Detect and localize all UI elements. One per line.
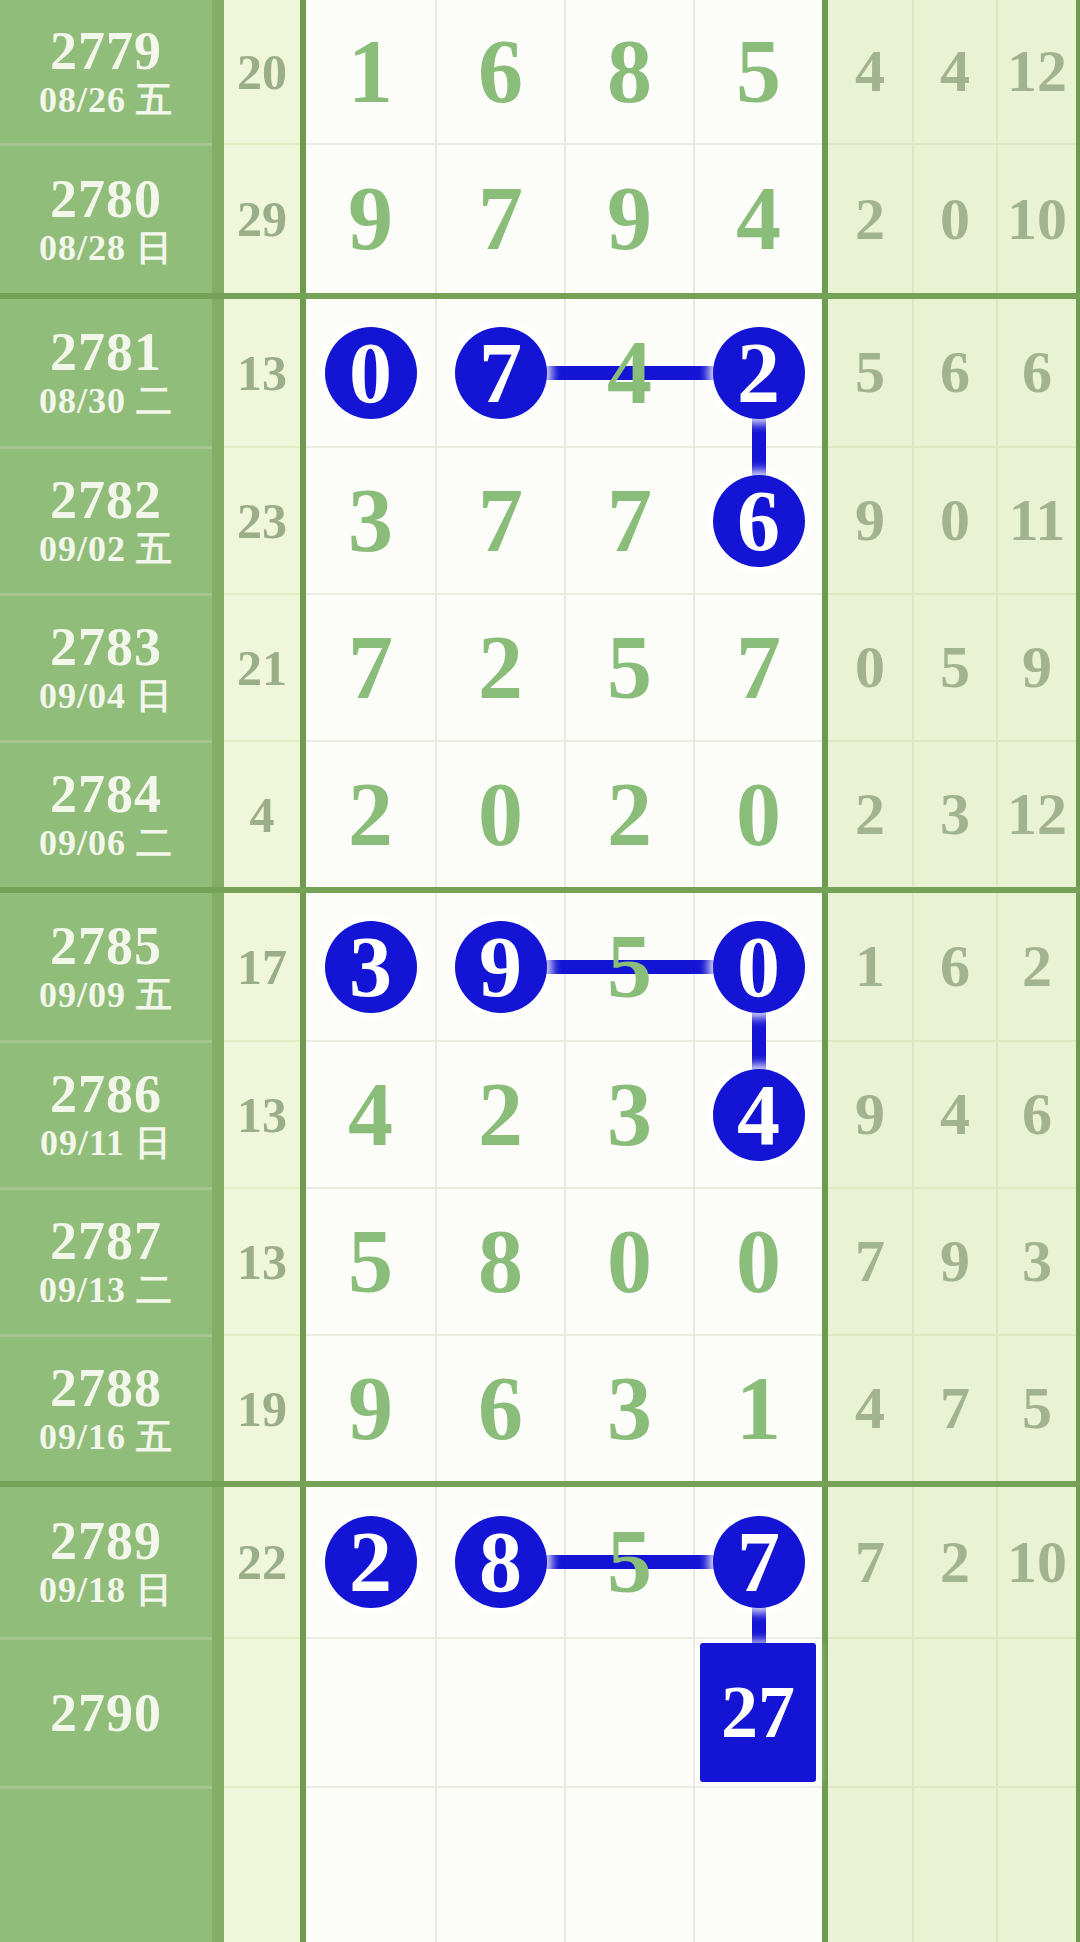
digit-cell	[564, 1637, 693, 1786]
sum-value: 23	[237, 492, 287, 550]
draw-date: 09/09 五	[39, 975, 173, 1016]
drawn-digit: 7	[478, 476, 523, 566]
drawn-digit: 2	[348, 770, 393, 860]
stat-value: 7	[855, 1227, 885, 1296]
stat-cell: 5	[912, 593, 996, 740]
column-divider	[212, 1040, 224, 1187]
issue-cell: 278709/13 二	[0, 1187, 212, 1334]
digit-cell: 3	[306, 893, 435, 1040]
stat-cell: 2	[996, 893, 1076, 1040]
digit-cell: 7	[306, 593, 435, 740]
stat-value: 5	[940, 633, 970, 702]
row-group: 278108/30 二130742566278209/02 五233776901…	[0, 293, 1080, 887]
drawn-digit: 7	[736, 623, 781, 713]
stat-value: 5	[1022, 1374, 1052, 1443]
draw-date: 09/11 日	[40, 1123, 172, 1164]
digit-cell: 2	[564, 740, 693, 887]
stat-cell: 10	[996, 1487, 1076, 1637]
digit-cell: 5	[306, 1187, 435, 1334]
stat-cell: 7	[912, 1334, 996, 1481]
table-row: 278209/02 五2337769011	[0, 446, 1080, 593]
drawn-digit: 3	[607, 1070, 652, 1160]
column-divider	[1076, 740, 1080, 887]
sum-value: 21	[237, 639, 287, 697]
stat-value: 4	[940, 37, 970, 106]
column-divider	[1076, 1334, 1080, 1481]
drawn-digit: 9	[348, 174, 393, 264]
sum-cell	[224, 1637, 300, 1786]
stat-value: 11	[1009, 486, 1066, 555]
column-divider	[212, 1334, 224, 1481]
sum-value: 19	[237, 1380, 287, 1438]
issue-cell	[0, 1786, 212, 1942]
column-divider	[1076, 893, 1080, 1040]
stat-value: 12	[1007, 37, 1067, 106]
drawn-digit: 8	[478, 1217, 523, 1307]
sum-cell: 19	[224, 1334, 300, 1481]
digit-cell: 2	[435, 593, 564, 740]
stat-value: 10	[1007, 185, 1067, 254]
draw-date: 08/26 五	[39, 80, 173, 121]
digit-cell: 0	[435, 740, 564, 887]
stat-value: 2	[855, 185, 885, 254]
digit-cell	[306, 1637, 435, 1786]
circled-digit: 9	[455, 921, 547, 1013]
digit-cell: 3	[306, 446, 435, 593]
drawn-digit: 7	[348, 623, 393, 713]
issue-number: 2790	[50, 1684, 162, 1742]
draw-date: 08/30 二	[39, 381, 173, 422]
digit-cell: 0	[306, 299, 435, 446]
sum-cell: 17	[224, 893, 300, 1040]
circled-digit: 3	[325, 921, 417, 1013]
column-divider	[212, 446, 224, 593]
column-divider	[212, 593, 224, 740]
sum-cell: 21	[224, 593, 300, 740]
column-divider	[1076, 1637, 1080, 1786]
stat-value: 7	[855, 1528, 885, 1597]
stat-value: 12	[1007, 780, 1067, 849]
stat-value: 7	[940, 1374, 970, 1443]
issue-number: 2784	[50, 765, 162, 823]
issue-number: 2779	[50, 22, 162, 80]
issue-cell: 277908/26 五	[0, 0, 212, 143]
stat-value: 9	[940, 1227, 970, 1296]
drawn-digit: 7	[607, 476, 652, 566]
digit-cell: 4	[693, 1040, 822, 1187]
sum-cell	[224, 1786, 300, 1942]
sum-value: 13	[237, 1086, 287, 1144]
digit-cell: 7	[564, 446, 693, 593]
draw-date: 09/18 日	[39, 1570, 173, 1611]
drawn-digit: 7	[478, 174, 523, 264]
drawn-digit: 8	[607, 27, 652, 117]
table-row: 278309/04 日217257059	[0, 593, 1080, 740]
sum-cell: 4	[224, 740, 300, 887]
column-divider	[212, 299, 224, 446]
column-divider	[212, 893, 224, 1040]
column-divider	[212, 1487, 224, 1637]
sum-cell: 29	[224, 143, 300, 293]
stat-cell: 6	[912, 299, 996, 446]
circled-digit: 8	[455, 1516, 547, 1608]
sum-cell: 13	[224, 1187, 300, 1334]
column-divider	[212, 143, 224, 293]
drawn-digit: 1	[736, 1364, 781, 1454]
row-group: 278509/09 五173950162278609/11 日134234946…	[0, 887, 1080, 1481]
stat-cell: 12	[996, 0, 1076, 143]
column-divider	[212, 1786, 224, 1942]
drawn-digit: 4	[607, 328, 652, 418]
stat-cell: 5	[996, 1334, 1076, 1481]
drawn-digit: 0	[607, 1217, 652, 1307]
column-divider	[1076, 0, 1080, 143]
column-divider	[1076, 593, 1080, 740]
stat-cell: 3	[912, 740, 996, 887]
issue-number: 2786	[50, 1065, 162, 1123]
stat-cell	[996, 1786, 1076, 1942]
sum-cell: 13	[224, 299, 300, 446]
stat-value: 1	[855, 932, 885, 1001]
stat-cell: 5	[828, 299, 912, 446]
drawn-digit: 4	[736, 174, 781, 264]
drawn-digit: 2	[478, 623, 523, 713]
stat-value: 9	[855, 1080, 885, 1149]
issue-number: 2787	[50, 1212, 162, 1270]
circled-digit: 2	[713, 327, 805, 419]
digit-cell: 0	[564, 1187, 693, 1334]
table-row	[0, 1786, 1080, 1942]
digit-cell: 7	[435, 143, 564, 293]
stat-cell: 6	[912, 893, 996, 1040]
stat-value: 5	[855, 338, 885, 407]
stat-cell: 2	[828, 740, 912, 887]
digit-cell: 9	[306, 143, 435, 293]
digit-cell: 0	[693, 1187, 822, 1334]
digit-cell: 6	[693, 446, 822, 593]
sum-value: 29	[237, 190, 287, 248]
digit-cell: 9	[564, 143, 693, 293]
table-row: 278909/18 日2228577210	[0, 1487, 1080, 1637]
sum-value: 13	[237, 1233, 287, 1291]
drawn-digit: 5	[348, 1217, 393, 1307]
draw-date: 09/02 五	[39, 529, 173, 570]
stat-value: 4	[855, 1374, 885, 1443]
stat-value: 10	[1007, 1528, 1067, 1597]
drawn-digit: 0	[736, 1217, 781, 1307]
draw-date: 08/28 日	[39, 228, 173, 269]
issue-cell: 278008/28 日	[0, 143, 212, 293]
circled-digit: 7	[455, 327, 547, 419]
drawn-digit: 2	[607, 770, 652, 860]
drawn-digit: 9	[348, 1364, 393, 1454]
pending-sum-square: 27	[700, 1643, 816, 1782]
drawn-digit: 5	[607, 623, 652, 713]
digit-cell: 3	[564, 1040, 693, 1187]
stat-cell	[828, 1637, 912, 1786]
digit-cell: 7	[435, 446, 564, 593]
digit-cell: 5	[564, 593, 693, 740]
stat-cell: 0	[912, 446, 996, 593]
stat-cell: 4	[912, 0, 996, 143]
stat-value: 4	[940, 1080, 970, 1149]
column-divider	[212, 1637, 224, 1786]
sum-value: 13	[237, 344, 287, 402]
table-row: 279027	[0, 1637, 1080, 1786]
stat-cell: 4	[828, 0, 912, 143]
column-divider	[212, 0, 224, 143]
table-row: 278108/30 二130742566	[0, 299, 1080, 446]
digit-cell: 1	[693, 1334, 822, 1481]
column-divider	[1076, 446, 1080, 593]
issue-cell: 278609/11 日	[0, 1040, 212, 1187]
column-divider	[1076, 1187, 1080, 1334]
digit-cell: 3	[564, 1334, 693, 1481]
table-row: 278809/16 五199631475	[0, 1334, 1080, 1481]
sum-value: 4	[250, 786, 275, 844]
column-divider	[212, 740, 224, 887]
sum-cell: 20	[224, 0, 300, 143]
issue-number: 2782	[50, 471, 162, 529]
stat-cell: 4	[828, 1334, 912, 1481]
issue-number: 2783	[50, 618, 162, 676]
issue-cell: 278509/09 五	[0, 893, 212, 1040]
sum-cell: 13	[224, 1040, 300, 1187]
issue-cell: 278809/16 五	[0, 1334, 212, 1481]
table-row: 278609/11 日134234946	[0, 1040, 1080, 1187]
draw-date: 09/16 五	[39, 1417, 173, 1458]
stat-cell	[912, 1637, 996, 1786]
sum-cell: 23	[224, 446, 300, 593]
draw-date: 09/13 二	[39, 1270, 173, 1311]
stat-cell: 0	[828, 593, 912, 740]
column-divider	[1076, 143, 1080, 293]
stat-value: 2	[1022, 932, 1052, 1001]
column-divider	[1076, 299, 1080, 446]
digit-cell: 9	[435, 893, 564, 1040]
table-row: 278008/28 日2997942010	[0, 143, 1080, 293]
circled-digit: 0	[713, 921, 805, 1013]
digit-cell	[564, 1786, 693, 1942]
stat-cell: 6	[996, 1040, 1076, 1187]
stat-cell: 9	[996, 593, 1076, 740]
draw-date: 09/06 二	[39, 823, 173, 864]
digit-cell: 2	[306, 740, 435, 887]
drawn-digit: 6	[478, 1364, 523, 1454]
digit-cell: 5	[693, 0, 822, 143]
column-divider	[1076, 1040, 1080, 1187]
stat-value: 6	[1022, 338, 1052, 407]
pending-sum-value: 27	[721, 1670, 795, 1755]
digit-cell: 7	[435, 299, 564, 446]
row-group: 278909/18 日2228577210279027	[0, 1481, 1080, 1942]
stat-cell: 7	[828, 1487, 912, 1637]
circled-digit: 7	[713, 1516, 805, 1608]
drawn-digit: 5	[607, 922, 652, 1012]
sum-value: 22	[237, 1533, 287, 1591]
stat-cell: 9	[912, 1187, 996, 1334]
drawn-digit: 9	[607, 174, 652, 264]
issue-cell: 278309/04 日	[0, 593, 212, 740]
stat-cell: 2	[912, 1487, 996, 1637]
row-group: 277908/26 五2016854412278008/28 日29979420…	[0, 0, 1080, 293]
circled-digit: 2	[325, 1516, 417, 1608]
stat-value: 6	[940, 338, 970, 407]
stat-cell: 2	[828, 143, 912, 293]
circled-digit: 6	[713, 475, 805, 567]
issue-number: 2788	[50, 1359, 162, 1417]
digit-cell: 2	[306, 1487, 435, 1637]
table-row: 278709/13 二135800793	[0, 1187, 1080, 1334]
stat-cell: 10	[996, 143, 1076, 293]
drawn-digit: 0	[736, 770, 781, 860]
issue-number: 2780	[50, 170, 162, 228]
digit-cell: 6	[435, 1334, 564, 1481]
column-divider	[212, 1187, 224, 1334]
column-divider	[1076, 1487, 1080, 1637]
table-row: 278409/06 二420202312	[0, 740, 1080, 887]
stat-cell: 1	[828, 893, 912, 1040]
drawn-digit: 3	[607, 1364, 652, 1454]
stat-cell: 11	[996, 446, 1076, 593]
drawn-digit: 5	[736, 27, 781, 117]
digit-cell	[306, 1786, 435, 1942]
issue-number: 2785	[50, 917, 162, 975]
drawn-digit: 1	[348, 27, 393, 117]
digit-cell: 2	[435, 1040, 564, 1187]
digit-cell: 9	[306, 1334, 435, 1481]
issue-cell: 2790	[0, 1637, 212, 1786]
stat-cell: 3	[996, 1187, 1076, 1334]
digit-cell: 0	[693, 740, 822, 887]
stat-cell: 0	[912, 143, 996, 293]
digit-cell: 7	[693, 593, 822, 740]
stat-value: 3	[1022, 1227, 1052, 1296]
issue-number: 2789	[50, 1512, 162, 1570]
stat-value: 2	[855, 780, 885, 849]
stat-value: 6	[1022, 1080, 1052, 1149]
issue-cell: 278409/06 二	[0, 740, 212, 887]
issue-number: 2781	[50, 323, 162, 381]
digit-cell: 4	[306, 1040, 435, 1187]
stat-value: 9	[855, 486, 885, 555]
digit-cell: 8	[435, 1487, 564, 1637]
table-row: 277908/26 五2016854412	[0, 0, 1080, 143]
stat-value: 2	[940, 1528, 970, 1597]
stat-value: 6	[940, 932, 970, 1001]
digit-cell: 4	[693, 143, 822, 293]
digit-cell	[435, 1637, 564, 1786]
digit-cell: 6	[435, 0, 564, 143]
drawn-digit: 2	[478, 1070, 523, 1160]
issue-cell: 278909/18 日	[0, 1487, 212, 1637]
digit-cell: 1	[306, 0, 435, 143]
table-row: 278509/09 五173950162	[0, 893, 1080, 1040]
sum-value: 17	[237, 938, 287, 996]
stat-cell: 7	[828, 1187, 912, 1334]
sum-cell: 22	[224, 1487, 300, 1637]
digit-cell	[693, 1786, 822, 1942]
stat-value: 0	[855, 633, 885, 702]
circled-digit: 0	[325, 327, 417, 419]
stat-value: 9	[1022, 633, 1052, 702]
digit-cell	[435, 1786, 564, 1942]
stat-cell	[996, 1637, 1076, 1786]
circled-digit: 4	[713, 1069, 805, 1161]
issue-cell: 278108/30 二	[0, 299, 212, 446]
digit-cell: 27	[693, 1637, 822, 1786]
drawn-digit: 4	[348, 1070, 393, 1160]
trend-chart: 277908/26 五2016854412278008/28 日29979420…	[0, 0, 1080, 1942]
stat-value: 0	[940, 486, 970, 555]
issue-cell: 278209/02 五	[0, 446, 212, 593]
stat-cell: 6	[996, 299, 1076, 446]
stat-cell: 4	[912, 1040, 996, 1187]
sum-value: 20	[237, 43, 287, 101]
drawn-digit: 5	[607, 1517, 652, 1607]
stat-cell	[828, 1786, 912, 1942]
drawn-digit: 6	[478, 27, 523, 117]
stat-cell: 9	[828, 1040, 912, 1187]
draw-date: 09/04 日	[39, 676, 173, 717]
stat-value: 3	[940, 780, 970, 849]
stat-cell	[912, 1786, 996, 1942]
stat-cell: 9	[828, 446, 912, 593]
stat-value: 4	[855, 37, 885, 106]
drawn-digit: 0	[478, 770, 523, 860]
digit-cell: 8	[435, 1187, 564, 1334]
column-divider	[1076, 1786, 1080, 1942]
digit-cell: 8	[564, 0, 693, 143]
drawn-digit: 3	[348, 476, 393, 566]
stat-value: 0	[940, 185, 970, 254]
stat-cell: 12	[996, 740, 1076, 887]
